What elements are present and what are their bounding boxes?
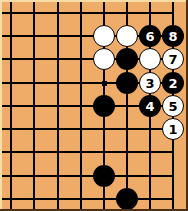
stone-white-move-3: 3	[139, 72, 161, 94]
stone-white	[93, 48, 115, 70]
move-number-label: 8	[168, 29, 177, 42]
stone-black-move-4: 4	[139, 95, 161, 117]
stone-black	[116, 188, 138, 210]
move-number-label: 1	[168, 122, 177, 135]
stone-white-move-7: 7	[162, 48, 184, 70]
move-number-label: 4	[145, 99, 154, 112]
go-board: 68732451	[0, 0, 188, 211]
stone-white-move-5: 5	[162, 95, 184, 117]
board-bevel-bottom	[0, 209, 188, 211]
star-point	[102, 81, 107, 86]
stone-white	[93, 25, 115, 47]
move-number-label: 5	[168, 99, 177, 112]
stone-black	[93, 165, 115, 187]
grid-line-horizontal	[2, 128, 174, 130]
move-number-label: 3	[145, 76, 154, 89]
board-bevel-right	[186, 0, 188, 211]
stone-white-move-1: 1	[162, 118, 184, 140]
stone-black-move-6: 6	[139, 25, 161, 47]
stone-black	[93, 95, 115, 117]
stone-white	[116, 25, 138, 47]
stone-black	[116, 72, 138, 94]
move-number-label: 6	[145, 29, 154, 42]
grid-line-horizontal	[2, 198, 174, 200]
board-bevel-top	[0, 0, 188, 2]
move-number-label: 7	[168, 52, 177, 65]
grid-line-horizontal	[2, 151, 174, 153]
stone-black-move-2: 2	[162, 72, 184, 94]
grid-line-horizontal	[2, 12, 174, 14]
stone-white	[139, 48, 161, 70]
move-number-label: 2	[168, 76, 177, 89]
stone-black	[116, 48, 138, 70]
stone-black-move-8: 8	[162, 25, 184, 47]
grid-line-horizontal	[2, 175, 174, 177]
board-bevel-left	[0, 0, 2, 211]
